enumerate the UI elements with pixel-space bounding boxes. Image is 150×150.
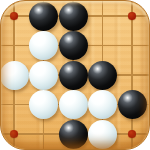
black-stone[interactable] bbox=[118, 90, 147, 119]
white-stone[interactable] bbox=[29, 31, 58, 60]
screenshot bbox=[0, 0, 150, 150]
black-stone[interactable] bbox=[88, 61, 117, 90]
white-stone[interactable] bbox=[59, 90, 88, 119]
star-point-dot bbox=[128, 130, 136, 138]
white-stone[interactable] bbox=[88, 90, 117, 119]
black-stone[interactable] bbox=[59, 31, 88, 60]
star-point-dot bbox=[128, 12, 136, 20]
black-stone[interactable] bbox=[59, 2, 88, 31]
white-stone[interactable] bbox=[29, 90, 58, 119]
go-app-icon[interactable] bbox=[0, 0, 150, 150]
black-stone[interactable] bbox=[29, 2, 58, 31]
black-stone[interactable] bbox=[59, 120, 88, 149]
white-stone[interactable] bbox=[88, 120, 117, 149]
white-stone[interactable] bbox=[0, 61, 29, 90]
star-point-dot bbox=[10, 12, 18, 20]
white-stone[interactable] bbox=[29, 61, 58, 90]
black-stone[interactable] bbox=[59, 61, 88, 90]
star-point-dot bbox=[10, 130, 18, 138]
